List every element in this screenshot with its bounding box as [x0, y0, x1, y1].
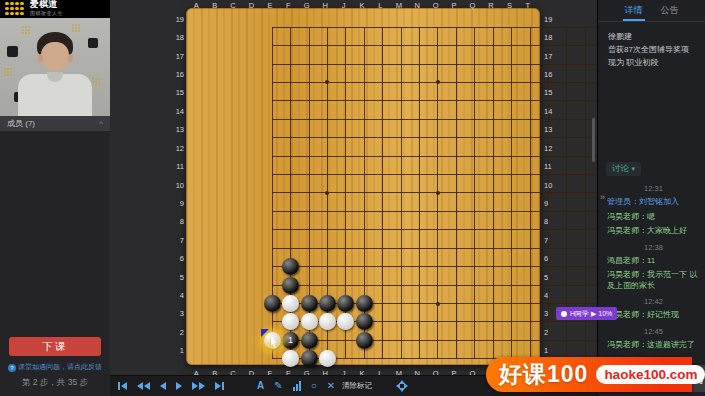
- board-point-R9[interactable]: [558, 202, 576, 220]
- board-point-J15[interactable]: [410, 92, 428, 110]
- board-point-P11[interactable]: [521, 165, 539, 183]
- board-point-O8[interactable]: [502, 221, 520, 239]
- board-point-O4[interactable]: [502, 294, 520, 312]
- board-point-G3[interactable]: [374, 313, 392, 331]
- clear-marks-button[interactable]: ✕: [327, 381, 335, 391]
- board-point-E4[interactable]: [337, 294, 355, 312]
- board-point-L3[interactable]: [447, 313, 465, 331]
- board-point-P5[interactable]: [521, 276, 539, 294]
- board-point-A3[interactable]: [263, 313, 281, 331]
- board-point-H4[interactable]: [392, 294, 410, 312]
- board-point-C13[interactable]: [300, 129, 318, 147]
- board-point-P14[interactable]: [521, 110, 539, 128]
- board-point-G4[interactable]: [374, 294, 392, 312]
- board-point-J2[interactable]: [410, 331, 428, 349]
- board-point-G16[interactable]: [374, 73, 392, 91]
- board-point-H13[interactable]: [392, 129, 410, 147]
- board-point-J10[interactable]: [410, 184, 428, 202]
- board-point-P19[interactable]: [521, 18, 539, 36]
- board-point-O2[interactable]: [502, 331, 520, 349]
- board-point-A5[interactable]: [263, 276, 281, 294]
- board-point-M10[interactable]: [466, 184, 484, 202]
- board-point-J12[interactable]: [410, 147, 428, 165]
- board-point-A9[interactable]: [263, 202, 281, 220]
- board-point-R18[interactable]: [558, 36, 576, 54]
- board-point-A17[interactable]: [263, 55, 281, 73]
- board-point-P4[interactable]: [521, 294, 539, 312]
- stone-white-E3[interactable]: [337, 313, 354, 330]
- board-point-B17[interactable]: [281, 55, 299, 73]
- board-point-P10[interactable]: [521, 184, 539, 202]
- board-point-K5[interactable]: [429, 276, 447, 294]
- board-point-F10[interactable]: [355, 184, 373, 202]
- board-point-N11[interactable]: [484, 165, 502, 183]
- board-point-B2[interactable]: 1: [281, 331, 299, 349]
- board-point-O17[interactable]: [502, 55, 520, 73]
- board-point-A2[interactable]: [263, 331, 281, 349]
- board-point-R8[interactable]: [558, 221, 576, 239]
- board-point-D14[interactable]: [318, 110, 336, 128]
- board-point-B1[interactable]: [281, 350, 299, 368]
- board-point-O13[interactable]: [502, 129, 520, 147]
- board-point-C14[interactable]: [300, 110, 318, 128]
- board-point-J9[interactable]: [410, 202, 428, 220]
- board-point-N9[interactable]: [484, 202, 502, 220]
- board-point-C5[interactable]: [300, 276, 318, 294]
- stone-black-C4[interactable]: [301, 295, 318, 312]
- board-point-C4[interactable]: [300, 294, 318, 312]
- board-point-P7[interactable]: [521, 239, 539, 257]
- board-point-K1[interactable]: [429, 350, 447, 368]
- expand-icon[interactable]: [396, 380, 408, 392]
- board-point-J3[interactable]: [410, 313, 428, 331]
- board-point-P8[interactable]: [521, 221, 539, 239]
- board-point-J16[interactable]: [410, 73, 428, 91]
- board-point-H18[interactable]: [392, 36, 410, 54]
- board-point-F3[interactable]: [355, 313, 373, 331]
- board-point-F1[interactable]: [355, 350, 373, 368]
- board-point-N19[interactable]: [484, 18, 502, 36]
- board-point-J18[interactable]: [410, 36, 428, 54]
- board-point-A16[interactable]: [263, 73, 281, 91]
- board-point-A14[interactable]: [263, 110, 281, 128]
- stone-black-A4[interactable]: [264, 295, 281, 312]
- board-point-S18[interactable]: [576, 36, 594, 54]
- board-point-C3[interactable]: [300, 313, 318, 331]
- board-point-D15[interactable]: [318, 92, 336, 110]
- board-point-F2[interactable]: [355, 331, 373, 349]
- board-point-A11[interactable]: [263, 165, 281, 183]
- board-point-B4[interactable]: [281, 294, 299, 312]
- board-point-E12[interactable]: [337, 147, 355, 165]
- board-point-J11[interactable]: [410, 165, 428, 183]
- board-point-F4[interactable]: [355, 294, 373, 312]
- board-point-B19[interactable]: [281, 18, 299, 36]
- board-point-G13[interactable]: [374, 129, 392, 147]
- board-point-F12[interactable]: [355, 147, 373, 165]
- board-point-S16[interactable]: [576, 73, 594, 91]
- board-point-B13[interactable]: [281, 129, 299, 147]
- board-point-O14[interactable]: [502, 110, 520, 128]
- board-point-N13[interactable]: [484, 129, 502, 147]
- board-point-L5[interactable]: [447, 276, 465, 294]
- board-point-G8[interactable]: [374, 221, 392, 239]
- board-point-N8[interactable]: [484, 221, 502, 239]
- board-point-R5[interactable]: [558, 276, 576, 294]
- stone-white-B3[interactable]: [282, 313, 299, 330]
- stone-white-C3[interactable]: [301, 313, 318, 330]
- board-point-C1[interactable]: [300, 350, 318, 368]
- board-point-F15[interactable]: [355, 92, 373, 110]
- board-point-G6[interactable]: [374, 257, 392, 275]
- board-point-N16[interactable]: [484, 73, 502, 91]
- board-point-R16[interactable]: [558, 73, 576, 91]
- board-point-K19[interactable]: [429, 18, 447, 36]
- board-point-L18[interactable]: [447, 36, 465, 54]
- board-point-G12[interactable]: [374, 147, 392, 165]
- board-point-R6[interactable]: [558, 257, 576, 275]
- board-point-D18[interactable]: [318, 36, 336, 54]
- step-forward-button[interactable]: [175, 380, 183, 392]
- board-point-H12[interactable]: [392, 147, 410, 165]
- stone-black-D4[interactable]: [319, 295, 336, 312]
- board-point-J17[interactable]: [410, 55, 428, 73]
- stone-white-D1[interactable]: [319, 350, 336, 367]
- board-point-G11[interactable]: [374, 165, 392, 183]
- board-point-A19[interactable]: [263, 18, 281, 36]
- board-point-D5[interactable]: [318, 276, 336, 294]
- board-point-B8[interactable]: [281, 221, 299, 239]
- stone-black-F2[interactable]: [356, 332, 373, 349]
- board-point-F18[interactable]: [355, 36, 373, 54]
- board-point-P15[interactable]: [521, 92, 539, 110]
- board-point-S9[interactable]: [576, 202, 594, 220]
- board-point-H15[interactable]: [392, 92, 410, 110]
- board-point-S11[interactable]: [576, 165, 594, 183]
- chat-message-list[interactable]: 12:31管理员：刘智铭加入冯昊老师：嗯冯昊老师：大家晚上好12:38鸿昌老师：…: [607, 178, 700, 370]
- board-point-L7[interactable]: [447, 239, 465, 257]
- board-point-A7[interactable]: [263, 239, 281, 257]
- board-point-O16[interactable]: [502, 73, 520, 91]
- board-point-O15[interactable]: [502, 92, 520, 110]
- board-point-C6[interactable]: [300, 257, 318, 275]
- board-point-K17[interactable]: [429, 55, 447, 73]
- stone-white-A2[interactable]: [264, 332, 281, 349]
- board-point-K18[interactable]: [429, 36, 447, 54]
- board-point-C19[interactable]: [300, 18, 318, 36]
- board-point-M15[interactable]: [466, 92, 484, 110]
- board-point-K11[interactable]: [429, 165, 447, 183]
- board-point-R13[interactable]: [558, 129, 576, 147]
- board-point-J4[interactable]: [410, 294, 428, 312]
- board-point-R11[interactable]: [558, 165, 576, 183]
- board-point-C12[interactable]: [300, 147, 318, 165]
- board-point-L11[interactable]: [447, 165, 465, 183]
- board-point-R2[interactable]: [558, 331, 576, 349]
- board-point-A4[interactable]: [263, 294, 281, 312]
- board-point-G15[interactable]: [374, 92, 392, 110]
- board-point-H7[interactable]: [392, 239, 410, 257]
- board-point-H5[interactable]: [392, 276, 410, 294]
- board-point-L1[interactable]: [447, 350, 465, 368]
- board-point-O9[interactable]: [502, 202, 520, 220]
- board-point-S8[interactable]: [576, 221, 594, 239]
- board-point-N3[interactable]: [484, 313, 502, 331]
- board-point-M11[interactable]: [466, 165, 484, 183]
- board-point-O12[interactable]: [502, 147, 520, 165]
- board-point-C8[interactable]: [300, 221, 318, 239]
- board-point-M8[interactable]: [466, 221, 484, 239]
- tab-announcement[interactable]: 公告: [661, 0, 679, 21]
- stone-black-F4[interactable]: [356, 295, 373, 312]
- tab-details[interactable]: 详情: [625, 0, 643, 21]
- board-point-P16[interactable]: [521, 73, 539, 91]
- text-tool-button[interactable]: A: [257, 381, 264, 391]
- board-point-C2[interactable]: [300, 331, 318, 349]
- board-point-N2[interactable]: [484, 331, 502, 349]
- board-point-N12[interactable]: [484, 147, 502, 165]
- board-point-C11[interactable]: [300, 165, 318, 183]
- board-point-F8[interactable]: [355, 221, 373, 239]
- board-point-B11[interactable]: [281, 165, 299, 183]
- board-point-L12[interactable]: [447, 147, 465, 165]
- board-point-F17[interactable]: [355, 55, 373, 73]
- board-point-J8[interactable]: [410, 221, 428, 239]
- skip-end-button[interactable]: [214, 380, 225, 392]
- board-point-J19[interactable]: [410, 18, 428, 36]
- board-point-C18[interactable]: [300, 36, 318, 54]
- board-point-N5[interactable]: [484, 276, 502, 294]
- board-point-M14[interactable]: [466, 110, 484, 128]
- board-point-S2[interactable]: [576, 331, 594, 349]
- board-point-D13[interactable]: [318, 129, 336, 147]
- board-point-D17[interactable]: [318, 55, 336, 73]
- board-point-D6[interactable]: [318, 257, 336, 275]
- board-point-M3[interactable]: [466, 313, 484, 331]
- board-point-H3[interactable]: [392, 313, 410, 331]
- board-point-D16[interactable]: [318, 73, 336, 91]
- board-point-F16[interactable]: [355, 73, 373, 91]
- board-point-K12[interactable]: [429, 147, 447, 165]
- board-point-R19[interactable]: [558, 18, 576, 36]
- board-point-C7[interactable]: [300, 239, 318, 257]
- board-point-L2[interactable]: [447, 331, 465, 349]
- board-point-R7[interactable]: [558, 239, 576, 257]
- skip-start-button[interactable]: [117, 380, 128, 392]
- board-point-B10[interactable]: [281, 184, 299, 202]
- board-point-L10[interactable]: [447, 184, 465, 202]
- board-point-G2[interactable]: [374, 331, 392, 349]
- board-point-O19[interactable]: [502, 18, 520, 36]
- board-point-L16[interactable]: [447, 73, 465, 91]
- board-point-H11[interactable]: [392, 165, 410, 183]
- board-point-N4[interactable]: [484, 294, 502, 312]
- board-point-R14[interactable]: [558, 110, 576, 128]
- board-point-N6[interactable]: [484, 257, 502, 275]
- board-point-M18[interactable]: [466, 36, 484, 54]
- board-point-G1[interactable]: [374, 350, 392, 368]
- board-point-L8[interactable]: [447, 221, 465, 239]
- board-point-D8[interactable]: [318, 221, 336, 239]
- stone-white-B4[interactable]: [282, 295, 299, 312]
- board-point-P6[interactable]: [521, 257, 539, 275]
- board-point-J7[interactable]: [410, 239, 428, 257]
- board-point-J14[interactable]: [410, 110, 428, 128]
- board-point-L17[interactable]: [447, 55, 465, 73]
- stone-white-B1[interactable]: [282, 350, 299, 367]
- board-point-F13[interactable]: [355, 129, 373, 147]
- board-point-A15[interactable]: [263, 92, 281, 110]
- board-point-L15[interactable]: [447, 92, 465, 110]
- circle-tool-button[interactable]: ○: [311, 381, 317, 391]
- board-point-D12[interactable]: [318, 147, 336, 165]
- chart-tool-button[interactable]: [293, 381, 301, 391]
- board-point-P12[interactable]: [521, 147, 539, 165]
- board-point-K10[interactable]: [429, 184, 447, 202]
- fast-forward-button[interactable]: [191, 380, 206, 392]
- board-point-N10[interactable]: [484, 184, 502, 202]
- board-point-N15[interactable]: [484, 92, 502, 110]
- board-point-K3[interactable]: [429, 313, 447, 331]
- board-point-S10[interactable]: [576, 184, 594, 202]
- board-point-H16[interactable]: [392, 73, 410, 91]
- board-point-E1[interactable]: [337, 350, 355, 368]
- board-point-O6[interactable]: [502, 257, 520, 275]
- board-point-S6[interactable]: [576, 257, 594, 275]
- board-point-H17[interactable]: [392, 55, 410, 73]
- board-point-G18[interactable]: [374, 36, 392, 54]
- board-point-L14[interactable]: [447, 110, 465, 128]
- board-point-S15[interactable]: [576, 92, 594, 110]
- board-point-E11[interactable]: [337, 165, 355, 183]
- board-point-S17[interactable]: [576, 55, 594, 73]
- board-point-E5[interactable]: [337, 276, 355, 294]
- board-point-R12[interactable]: [558, 147, 576, 165]
- board-point-L6[interactable]: [447, 257, 465, 275]
- board-point-N14[interactable]: [484, 110, 502, 128]
- board-point-N7[interactable]: [484, 239, 502, 257]
- board-point-D10[interactable]: [318, 184, 336, 202]
- board-point-E8[interactable]: [337, 221, 355, 239]
- board-point-G9[interactable]: [374, 202, 392, 220]
- board-point-B6[interactable]: [281, 257, 299, 275]
- board-point-J6[interactable]: [410, 257, 428, 275]
- board-point-O18[interactable]: [502, 36, 520, 54]
- board-point-L9[interactable]: [447, 202, 465, 220]
- board-point-E17[interactable]: [337, 55, 355, 73]
- board-point-L19[interactable]: [447, 18, 465, 36]
- board-point-A18[interactable]: [263, 36, 281, 54]
- help-line[interactable]: ?课堂如遇问题，请点此反馈: [0, 362, 110, 372]
- board-point-K8[interactable]: [429, 221, 447, 239]
- board-point-F6[interactable]: [355, 257, 373, 275]
- board-point-N18[interactable]: [484, 36, 502, 54]
- board-point-H2[interactable]: [392, 331, 410, 349]
- board-point-E2[interactable]: [337, 331, 355, 349]
- board-point-O10[interactable]: [502, 184, 520, 202]
- clear-marks-label[interactable]: 清除标记: [342, 381, 372, 391]
- board-point-A12[interactable]: [263, 147, 281, 165]
- board-point-M16[interactable]: [466, 73, 484, 91]
- board-point-E3[interactable]: [337, 313, 355, 331]
- board-point-R15[interactable]: [558, 92, 576, 110]
- board-point-D2[interactable]: [318, 331, 336, 349]
- board-point-F19[interactable]: [355, 18, 373, 36]
- board-point-G19[interactable]: [374, 18, 392, 36]
- board-point-M5[interactable]: [466, 276, 484, 294]
- board-point-S5[interactable]: [576, 276, 594, 294]
- board-point-D19[interactable]: [318, 18, 336, 36]
- board-point-B15[interactable]: [281, 92, 299, 110]
- board-point-H6[interactable]: [392, 257, 410, 275]
- board-point-O5[interactable]: [502, 276, 520, 294]
- board-point-M9[interactable]: [466, 202, 484, 220]
- board-point-E16[interactable]: [337, 73, 355, 91]
- board-point-B5[interactable]: [281, 276, 299, 294]
- board-point-K14[interactable]: [429, 110, 447, 128]
- board-point-F5[interactable]: [355, 276, 373, 294]
- board-point-F7[interactable]: [355, 239, 373, 257]
- board-point-P13[interactable]: [521, 129, 539, 147]
- board-point-C15[interactable]: [300, 92, 318, 110]
- sidebar-collapse-icon[interactable]: »: [600, 192, 605, 202]
- board-point-S19[interactable]: [576, 18, 594, 36]
- board-point-A13[interactable]: [263, 129, 281, 147]
- board-point-L13[interactable]: [447, 129, 465, 147]
- board-point-C16[interactable]: [300, 73, 318, 91]
- board-point-C10[interactable]: [300, 184, 318, 202]
- board-point-E10[interactable]: [337, 184, 355, 202]
- board-point-M4[interactable]: [466, 294, 484, 312]
- board-point-P17[interactable]: [521, 55, 539, 73]
- board-point-S7[interactable]: [576, 239, 594, 257]
- board-point-E19[interactable]: [337, 18, 355, 36]
- board-point-A10[interactable]: [263, 184, 281, 202]
- board-point-P2[interactable]: [521, 331, 539, 349]
- board-point-D7[interactable]: [318, 239, 336, 257]
- board-point-D11[interactable]: [318, 165, 336, 183]
- board-point-D1[interactable]: [318, 350, 336, 368]
- board-point-K9[interactable]: [429, 202, 447, 220]
- board-point-N17[interactable]: [484, 55, 502, 73]
- board-point-P18[interactable]: [521, 36, 539, 54]
- board-point-A6[interactable]: [263, 257, 281, 275]
- scrollbar-thumb[interactable]: [592, 118, 595, 162]
- board-point-K7[interactable]: [429, 239, 447, 257]
- board-point-K16[interactable]: [429, 73, 447, 91]
- board-point-E15[interactable]: [337, 92, 355, 110]
- board-point-K4[interactable]: [429, 294, 447, 312]
- board-point-H9[interactable]: [392, 202, 410, 220]
- board-point-J1[interactable]: [410, 350, 428, 368]
- board-point-M1[interactable]: [466, 350, 484, 368]
- board-point-R10[interactable]: [558, 184, 576, 202]
- board-point-R17[interactable]: [558, 55, 576, 73]
- board-point-G7[interactable]: [374, 239, 392, 257]
- board-point-B9[interactable]: [281, 202, 299, 220]
- board-point-M19[interactable]: [466, 18, 484, 36]
- end-class-button[interactable]: 下课: [9, 337, 101, 356]
- stone-black-B2[interactable]: 1: [282, 332, 299, 349]
- board-point-C17[interactable]: [300, 55, 318, 73]
- board-point-D4[interactable]: [318, 294, 336, 312]
- board-point-J13[interactable]: [410, 129, 428, 147]
- board-point-M7[interactable]: [466, 239, 484, 257]
- stone-black-B6[interactable]: [282, 258, 299, 275]
- board-point-H10[interactable]: [392, 184, 410, 202]
- board-point-K15[interactable]: [429, 92, 447, 110]
- stone-black-F3[interactable]: [356, 313, 373, 330]
